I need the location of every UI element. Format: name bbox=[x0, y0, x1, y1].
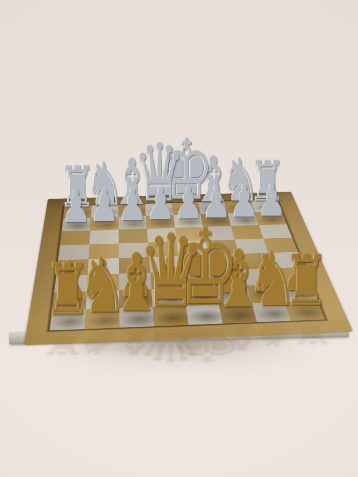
photo-backdrop: ♜♜♞♞♝♝♛♛♚♚♝♝♞♞♜♜♟♟♟♟♟♟♟♟♟♟♟♟♟♟♟♟♟♟♟♟♟♟♟♟… bbox=[0, 0, 358, 477]
chess-board-frame: ♜♜♞♞♝♝♛♛♚♚♝♝♞♞♜♜♟♟♟♟♟♟♟♟♟♟♟♟♟♟♟♟♟♟♟♟♟♟♟♟… bbox=[24, 192, 353, 345]
piece-silver-pawn[interactable]: ♟ bbox=[27, 183, 124, 228]
piece-brass-rook[interactable]: ♜ bbox=[8, 254, 127, 325]
board-grid: ♜♜♞♞♝♝♛♛♚♚♝♝♞♞♜♜♟♟♟♟♟♟♟♟♟♟♟♟♟♟♟♟♟♟♟♟♟♟♟♟… bbox=[50, 200, 325, 331]
